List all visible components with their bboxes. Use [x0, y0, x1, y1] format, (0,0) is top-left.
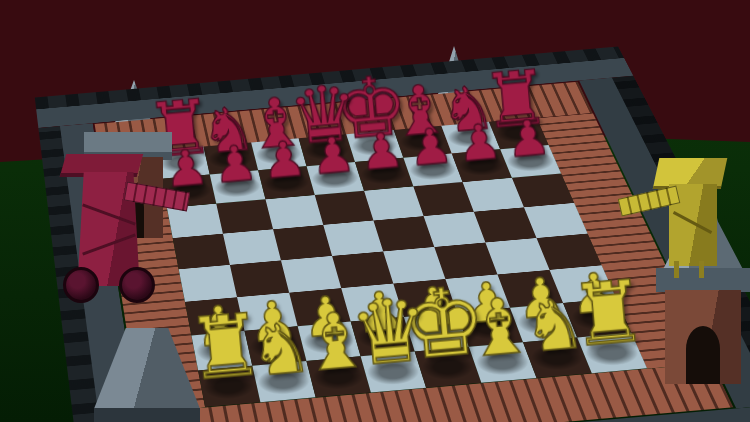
square-c5[interactable] — [273, 225, 332, 260]
tower-roof-icon — [94, 328, 200, 409]
square-e6[interactable] — [364, 186, 424, 220]
square-b5[interactable] — [223, 229, 281, 265]
square-d1[interactable]: ♛ — [361, 352, 427, 393]
square-f1[interactable]: ♝ — [469, 342, 537, 383]
square-f5[interactable] — [424, 212, 486, 247]
corner-tower-front-left — [94, 328, 200, 422]
gold-rook-h1[interactable]: ♜ — [560, 271, 658, 357]
square-c6[interactable] — [265, 195, 323, 229]
square-b6[interactable] — [216, 199, 273, 233]
square-h1[interactable]: ♜ — [577, 333, 647, 374]
app-screenshot: { "game": "chess", "scene_description": … — [0, 0, 750, 422]
square-h7[interactable]: ♟ — [500, 145, 561, 178]
gold-siege-tower — [616, 158, 742, 278]
red-siege-tower — [42, 154, 190, 304]
gold-queen-d1[interactable]: ♛ — [341, 288, 439, 376]
square-d5[interactable] — [323, 221, 383, 256]
red-pawn-h7[interactable]: ♟ — [486, 113, 571, 165]
square-d6[interactable] — [315, 191, 374, 225]
gold-bishop-f1[interactable]: ♝ — [451, 288, 548, 367]
square-a1[interactable]: ♜ — [198, 366, 260, 407]
